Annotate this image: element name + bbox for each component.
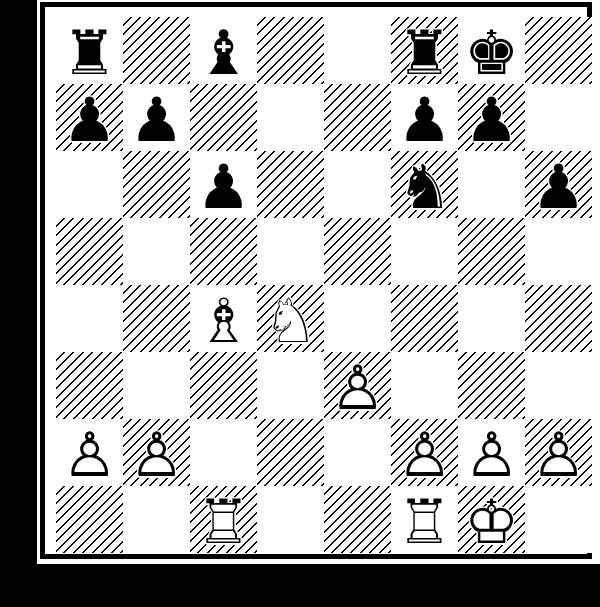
square-c4[interactable]: ♝♗ <box>190 285 257 352</box>
piece-glyph: ♟ <box>56 86 123 153</box>
square-g3[interactable] <box>458 352 525 419</box>
square-b5[interactable] <box>123 218 190 285</box>
square-e2[interactable] <box>324 419 391 486</box>
square-e1[interactable] <box>324 486 391 553</box>
square-b1[interactable] <box>123 486 190 553</box>
piece-glyph: ♞ <box>391 153 458 220</box>
square-h2[interactable]: ♟♙ <box>525 419 592 486</box>
square-h7[interactable] <box>525 84 592 151</box>
piece-glyph: ♟ <box>123 86 190 153</box>
black-pawn-icon: ♟ <box>391 84 458 151</box>
square-a6[interactable] <box>56 151 123 218</box>
white-pawn-icon: ♟♙ <box>458 419 525 486</box>
black-pawn-icon: ♟ <box>123 84 190 151</box>
square-b4[interactable] <box>123 285 190 352</box>
square-b6[interactable] <box>123 151 190 218</box>
square-b7[interactable]: ♟ <box>123 84 190 151</box>
square-f7[interactable]: ♟ <box>391 84 458 151</box>
piece-glyph: ♚ <box>458 19 525 86</box>
board: ♜♝♜♚♟♟♟♟♟♞♟♝♗♞♘♟♙♟♙♟♙♟♙♟♙♟♙♜♖♜♖♚♔ <box>56 17 592 553</box>
white-pawn-icon: ♟♙ <box>324 352 391 419</box>
square-h5[interactable] <box>525 218 592 285</box>
square-e7[interactable] <box>324 84 391 151</box>
piece-glyph: ♟ <box>458 86 525 153</box>
board-frame: ♜♝♜♚♟♟♟♟♟♞♟♝♗♞♘♟♙♟♙♟♙♟♙♟♙♟♙♜♖♜♖♚♔ <box>40 2 592 559</box>
white-pawn-icon: ♟♙ <box>391 419 458 486</box>
square-h3[interactable] <box>525 352 592 419</box>
square-d6[interactable] <box>257 151 324 218</box>
square-f1[interactable]: ♜♖ <box>391 486 458 553</box>
square-c5[interactable] <box>190 218 257 285</box>
square-d3[interactable] <box>257 352 324 419</box>
piece-glyph: ♜ <box>391 19 458 86</box>
square-h8[interactable] <box>525 17 592 84</box>
piece-glyph: ♟ <box>391 86 458 153</box>
piece-outline-layer: ♙ <box>525 421 592 488</box>
piece-outline-layer: ♙ <box>391 421 458 488</box>
square-h1[interactable] <box>525 486 592 553</box>
black-pawn-icon: ♟ <box>525 151 592 218</box>
square-a3[interactable] <box>56 352 123 419</box>
black-rook-icon: ♜ <box>391 17 458 84</box>
square-g6[interactable] <box>458 151 525 218</box>
piece-outline-layer: ♖ <box>391 488 458 555</box>
white-pawn-icon: ♟♙ <box>56 419 123 486</box>
square-f5[interactable] <box>391 218 458 285</box>
square-b8[interactable] <box>123 17 190 84</box>
square-d1[interactable] <box>257 486 324 553</box>
piece-outline-layer: ♙ <box>324 354 391 421</box>
black-pawn-icon: ♟ <box>458 84 525 151</box>
chess-diagram: ♜♝♜♚♟♟♟♟♟♞♟♝♗♞♘♟♙♟♙♟♙♟♙♟♙♟♙♜♖♜♖♚♔ <box>37 0 600 564</box>
piece-outline-layer: ♙ <box>56 421 123 488</box>
square-c7[interactable] <box>190 84 257 151</box>
piece-glyph: ♟ <box>190 153 257 220</box>
square-f3[interactable] <box>391 352 458 419</box>
black-pawn-icon: ♟ <box>56 84 123 151</box>
square-g7[interactable]: ♟ <box>458 84 525 151</box>
square-d7[interactable] <box>257 84 324 151</box>
square-g2[interactable]: ♟♙ <box>458 419 525 486</box>
black-king-icon: ♚ <box>458 17 525 84</box>
square-a8[interactable]: ♜ <box>56 17 123 84</box>
square-e4[interactable] <box>324 285 391 352</box>
square-h6[interactable]: ♟ <box>525 151 592 218</box>
square-a2[interactable]: ♟♙ <box>56 419 123 486</box>
white-rook-icon: ♜♖ <box>190 486 257 553</box>
black-pawn-icon: ♟ <box>190 151 257 218</box>
black-knight-icon: ♞ <box>391 151 458 218</box>
square-e6[interactable] <box>324 151 391 218</box>
square-c2[interactable] <box>190 419 257 486</box>
white-rook-icon: ♜♖ <box>391 486 458 553</box>
square-f4[interactable] <box>391 285 458 352</box>
square-e8[interactable] <box>324 17 391 84</box>
white-bishop-icon: ♝♗ <box>190 285 257 352</box>
square-g1[interactable]: ♚♔ <box>458 486 525 553</box>
white-king-icon: ♚♔ <box>458 486 525 553</box>
square-a5[interactable] <box>56 218 123 285</box>
white-pawn-icon: ♟♙ <box>123 419 190 486</box>
square-e3[interactable]: ♟♙ <box>324 352 391 419</box>
square-a4[interactable] <box>56 285 123 352</box>
piece-outline-layer: ♖ <box>190 488 257 555</box>
square-a1[interactable] <box>56 486 123 553</box>
square-b2[interactable]: ♟♙ <box>123 419 190 486</box>
square-c3[interactable] <box>190 352 257 419</box>
square-b3[interactable] <box>123 352 190 419</box>
piece-outline-layer: ♗ <box>190 287 257 354</box>
piece-outline-layer: ♘ <box>257 287 324 354</box>
piece-outline-layer: ♙ <box>123 421 190 488</box>
black-bishop-icon: ♝ <box>190 17 257 84</box>
square-g8[interactable]: ♚ <box>458 17 525 84</box>
white-knight-icon: ♞♘ <box>257 285 324 352</box>
square-f6[interactable]: ♞ <box>391 151 458 218</box>
piece-glyph: ♝ <box>190 19 257 86</box>
square-c1[interactable]: ♜♖ <box>190 486 257 553</box>
piece-outline-layer: ♔ <box>458 488 525 555</box>
square-g5[interactable] <box>458 218 525 285</box>
square-d4[interactable]: ♞♘ <box>257 285 324 352</box>
square-c8[interactable]: ♝ <box>190 17 257 84</box>
page-background: ♜♝♜♚♟♟♟♟♟♞♟♝♗♞♘♟♙♟♙♟♙♟♙♟♙♟♙♜♖♜♖♚♔ <box>0 0 600 607</box>
square-f2[interactable]: ♟♙ <box>391 419 458 486</box>
square-h4[interactable] <box>525 285 592 352</box>
square-a7[interactable]: ♟ <box>56 84 123 151</box>
piece-outline-layer: ♙ <box>458 421 525 488</box>
black-rook-icon: ♜ <box>56 17 123 84</box>
piece-glyph: ♜ <box>56 19 123 86</box>
square-c6[interactable]: ♟ <box>190 151 257 218</box>
square-g4[interactable] <box>458 285 525 352</box>
square-d8[interactable] <box>257 17 324 84</box>
white-pawn-icon: ♟♙ <box>525 419 592 486</box>
square-e5[interactable] <box>324 218 391 285</box>
square-f8[interactable]: ♜ <box>391 17 458 84</box>
piece-glyph: ♟ <box>525 153 592 220</box>
square-d5[interactable] <box>257 218 324 285</box>
square-d2[interactable] <box>257 419 324 486</box>
